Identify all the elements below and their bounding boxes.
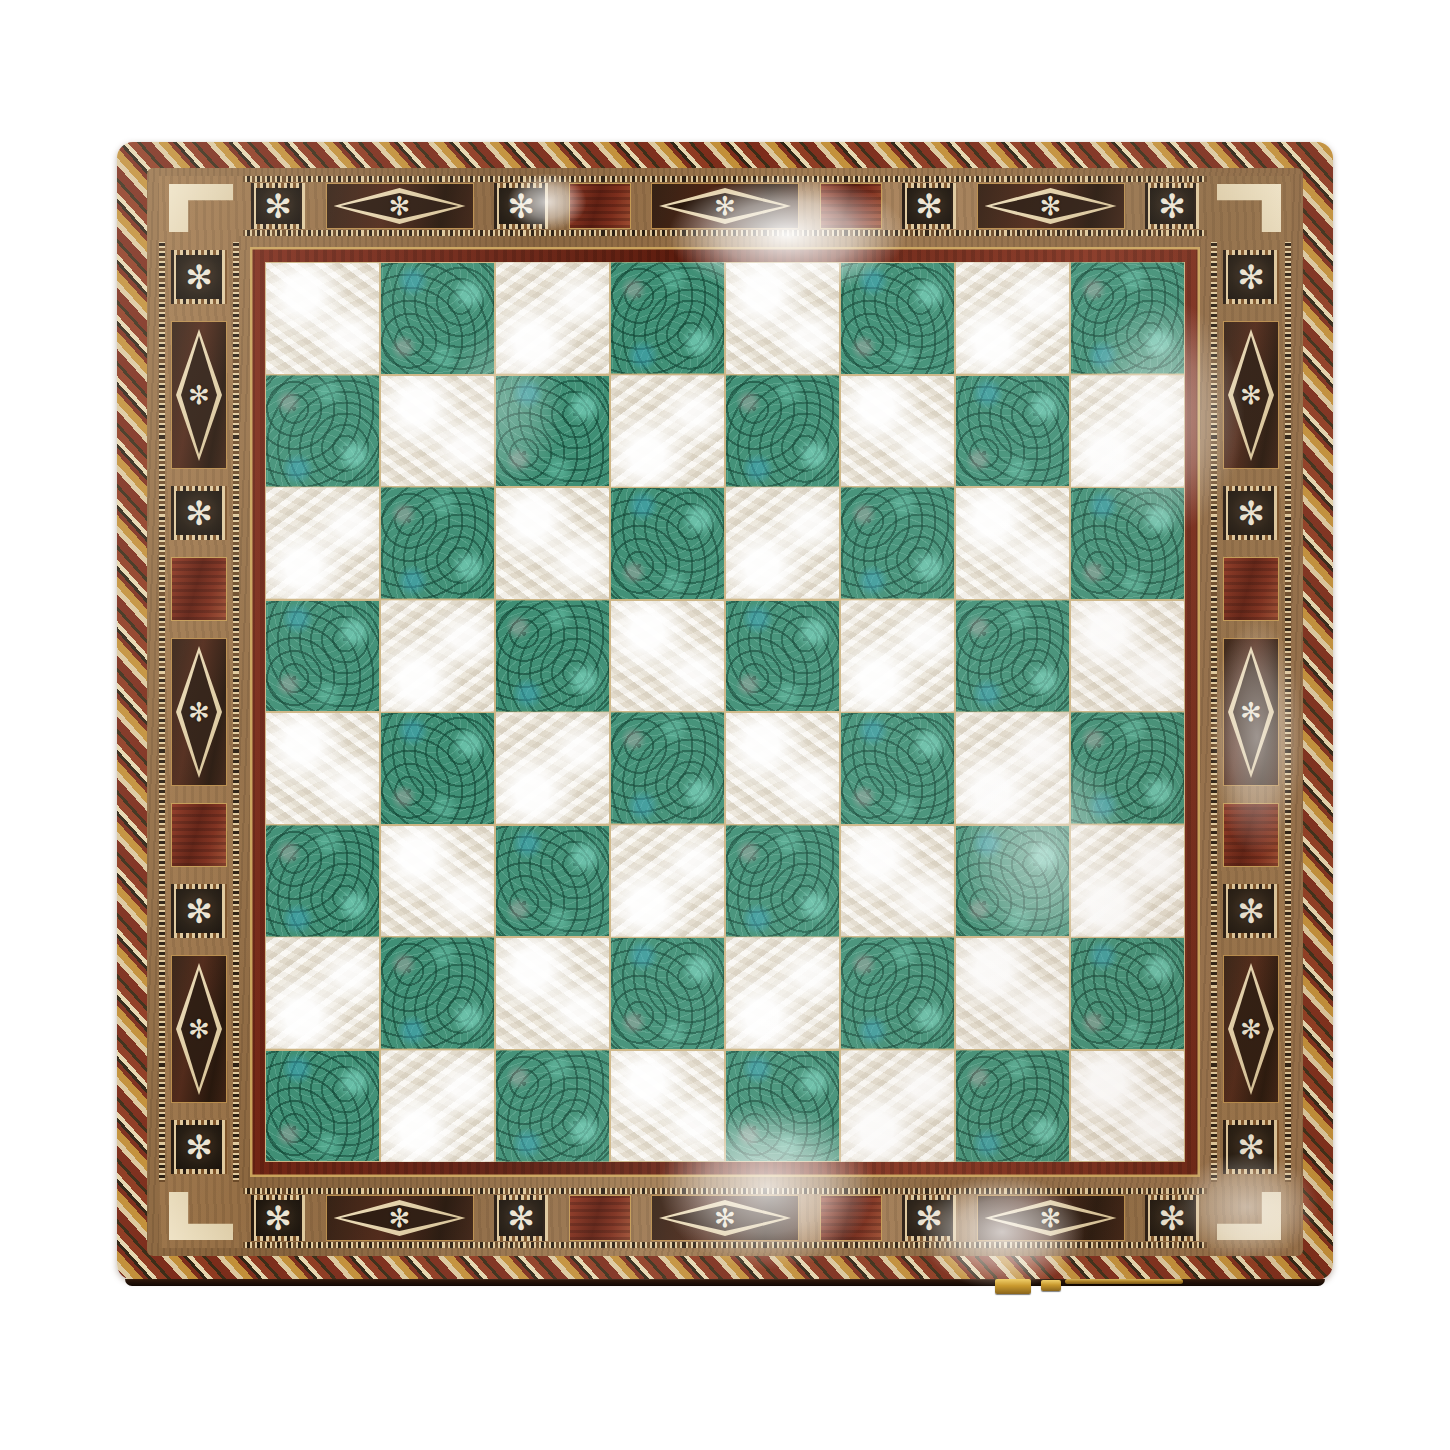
bone-l-bracket-icon [1217, 184, 1281, 232]
square-d2[interactable] [611, 938, 724, 1049]
square-d3[interactable] [611, 826, 724, 937]
square-e7[interactable] [726, 376, 839, 487]
square-a5[interactable] [266, 601, 379, 712]
square-e3[interactable] [726, 826, 839, 937]
brass-edge-glint [1065, 1279, 1183, 1284]
motif-star-inlay: ✻ [1223, 486, 1279, 540]
square-g6[interactable] [956, 488, 1069, 599]
diamond-rosette-icon: ✻ [1040, 1205, 1062, 1231]
motif-red-inlay [569, 1195, 631, 1241]
square-e4[interactable] [726, 713, 839, 824]
square-g4[interactable] [956, 713, 1069, 824]
motif-red-inlay [1223, 803, 1279, 867]
motif-star-inlay: ✻ [1145, 183, 1199, 229]
square-f3[interactable] [841, 826, 954, 937]
motif-strip-bottom: ✻✻✻✻✻✻✻ [243, 1188, 1207, 1248]
diamond-rosette-icon: ✻ [389, 193, 411, 219]
outer-stripe-marquetry-band: ✻✻✻✻✻✻✻ ✻✻✻✻✻✻✻ ✻✻✻✻✻✻✻ ✻✻✻✻✻✻✻ [117, 142, 1333, 1280]
square-b2[interactable] [381, 938, 494, 1049]
square-h2[interactable] [1071, 938, 1184, 1049]
motif-diamond-inlay: ✻ [651, 1195, 799, 1241]
diamond-rosette-icon: ✻ [714, 193, 736, 219]
motif-diamond-inlay: ✻ [1223, 955, 1279, 1103]
square-c5[interactable] [496, 601, 609, 712]
motif-red-inlay [171, 803, 227, 867]
square-f7[interactable] [841, 376, 954, 487]
square-a8[interactable] [266, 263, 379, 374]
motif-diamond-inlay: ✻ [171, 638, 227, 786]
motif-star-inlay: ✻ [494, 183, 548, 229]
diamond-rosette-icon: ✻ [714, 1205, 736, 1231]
corner-inlay-top-right [1207, 176, 1291, 240]
motif-star-inlay: ✻ [171, 250, 227, 304]
motif-star-inlay: ✻ [171, 486, 227, 540]
square-d7[interactable] [611, 376, 724, 487]
rosette-star-icon: ✻ [507, 1202, 535, 1235]
square-e5[interactable] [726, 601, 839, 712]
square-d5[interactable] [611, 601, 724, 712]
square-h7[interactable] [1071, 376, 1184, 487]
square-h1[interactable] [1071, 1051, 1184, 1162]
motif-star-inlay: ✻ [171, 884, 227, 938]
square-g8[interactable] [956, 263, 1069, 374]
square-b1[interactable] [381, 1051, 494, 1162]
motif-red-inlay [171, 557, 227, 621]
square-c6[interactable] [496, 488, 609, 599]
rosette-star-icon: ✻ [264, 1202, 292, 1235]
motif-red-inlay [569, 183, 631, 229]
chess-box-lid: ✻✻✻✻✻✻✻ ✻✻✻✻✻✻✻ ✻✻✻✻✻✻✻ ✻✻✻✻✻✻✻ [117, 142, 1333, 1280]
rosette-star-icon: ✻ [185, 895, 213, 928]
motif-red-inlay [1223, 557, 1279, 621]
product-photo: ✻✻✻✻✻✻✻ ✻✻✻✻✻✻✻ ✻✻✻✻✻✻✻ ✻✻✻✻✻✻✻ [0, 0, 1450, 1450]
motif-diamond-inlay: ✻ [1223, 638, 1279, 786]
square-f4[interactable] [841, 713, 954, 824]
motif-star-inlay: ✻ [251, 1195, 305, 1241]
square-c4[interactable] [496, 713, 609, 824]
square-b4[interactable] [381, 713, 494, 824]
square-c3[interactable] [496, 826, 609, 937]
brass-hinge [1041, 1280, 1061, 1291]
mosaic-motif-band: ✻✻✻✻✻✻✻ ✻✻✻✻✻✻✻ ✻✻✻✻✻✻✻ ✻✻✻✻✻✻✻ [159, 176, 1291, 1248]
motif-diamond-inlay: ✻ [1223, 321, 1279, 469]
rosette-star-icon: ✻ [185, 497, 213, 530]
rosette-star-icon: ✻ [915, 190, 943, 223]
square-c2[interactable] [496, 938, 609, 1049]
motif-star-inlay: ✻ [1223, 884, 1279, 938]
motif-star-inlay: ✻ [902, 183, 956, 229]
square-h3[interactable] [1071, 826, 1184, 937]
diamond-rosette-icon: ✻ [1240, 382, 1262, 408]
rosette-star-icon: ✻ [1237, 261, 1265, 294]
square-a4[interactable] [266, 713, 379, 824]
square-h5[interactable] [1071, 601, 1184, 712]
square-f5[interactable] [841, 601, 954, 712]
motif-strip-left: ✻✻✻✻✻✻✻ [159, 242, 239, 1182]
corner-inlay-top-left [159, 176, 243, 240]
rosette-star-icon: ✻ [1237, 1131, 1265, 1164]
square-a6[interactable] [266, 488, 379, 599]
motif-diamond-inlay: ✻ [977, 1195, 1125, 1241]
square-d1[interactable] [611, 1051, 724, 1162]
motif-star-inlay: ✻ [171, 1120, 227, 1174]
rosette-star-icon: ✻ [1237, 895, 1265, 928]
chess-board [265, 262, 1185, 1162]
corner-inlay-bottom-right [1207, 1184, 1291, 1248]
square-a7[interactable] [266, 376, 379, 487]
motif-diamond-inlay: ✻ [326, 183, 474, 229]
rosette-star-icon: ✻ [185, 261, 213, 294]
square-d6[interactable] [611, 488, 724, 599]
square-g2[interactable] [956, 938, 1069, 1049]
square-g1[interactable] [956, 1051, 1069, 1162]
diamond-rosette-icon: ✻ [1240, 699, 1262, 725]
rosette-star-icon: ✻ [185, 1131, 213, 1164]
motif-strip-top: ✻✻✻✻✻✻✻ [243, 176, 1207, 236]
rosette-star-icon: ✻ [507, 190, 535, 223]
motif-strip-right: ✻✻✻✻✻✻✻ [1211, 242, 1291, 1182]
square-h4[interactable] [1071, 713, 1184, 824]
diamond-rosette-icon: ✻ [1240, 1016, 1262, 1042]
square-b7[interactable] [381, 376, 494, 487]
motif-red-inlay [820, 183, 882, 229]
diamond-rosette-icon: ✻ [188, 699, 210, 725]
motif-star-inlay: ✻ [902, 1195, 956, 1241]
square-b5[interactable] [381, 601, 494, 712]
square-c8[interactable] [496, 263, 609, 374]
square-e1[interactable] [726, 1051, 839, 1162]
square-g3[interactable] [956, 826, 1069, 937]
walnut-inner-ring [239, 236, 1211, 1188]
brass-hinge [995, 1279, 1031, 1294]
square-h8[interactable] [1071, 263, 1184, 374]
motif-diamond-inlay: ✻ [977, 183, 1125, 229]
square-g7[interactable] [956, 376, 1069, 487]
motif-diamond-inlay: ✻ [171, 955, 227, 1103]
walnut-outer-ring: ✻✻✻✻✻✻✻ ✻✻✻✻✻✻✻ ✻✻✻✻✻✻✻ ✻✻✻✻✻✻✻ [147, 168, 1303, 1256]
square-d4[interactable] [611, 713, 724, 824]
square-e6[interactable] [726, 488, 839, 599]
bone-l-bracket-icon [169, 1192, 233, 1240]
square-a3[interactable] [266, 826, 379, 937]
square-b3[interactable] [381, 826, 494, 937]
motif-diamond-inlay: ✻ [171, 321, 227, 469]
square-b8[interactable] [381, 263, 494, 374]
motif-red-inlay [820, 1195, 882, 1241]
square-a2[interactable] [266, 938, 379, 1049]
diamond-rosette-icon: ✻ [1040, 193, 1062, 219]
motif-diamond-inlay: ✻ [326, 1195, 474, 1241]
square-a1[interactable] [266, 1051, 379, 1162]
bone-l-bracket-icon [169, 184, 233, 232]
motif-diamond-inlay: ✻ [651, 183, 799, 229]
square-c1[interactable] [496, 1051, 609, 1162]
square-d8[interactable] [611, 263, 724, 374]
square-c7[interactable] [496, 376, 609, 487]
square-f1[interactable] [841, 1051, 954, 1162]
square-e2[interactable] [726, 938, 839, 1049]
diamond-rosette-icon: ✻ [188, 382, 210, 408]
motif-star-inlay: ✻ [1223, 250, 1279, 304]
square-f6[interactable] [841, 488, 954, 599]
motif-star-inlay: ✻ [1145, 1195, 1199, 1241]
square-f2[interactable] [841, 938, 954, 1049]
rosette-star-icon: ✻ [1237, 497, 1265, 530]
mahogany-inner-frame [250, 247, 1200, 1177]
motif-star-inlay: ✻ [1223, 1120, 1279, 1174]
motif-star-inlay: ✻ [251, 183, 305, 229]
rosette-star-icon: ✻ [1158, 190, 1186, 223]
diamond-rosette-icon: ✻ [188, 1016, 210, 1042]
square-h6[interactable] [1071, 488, 1184, 599]
square-g5[interactable] [956, 601, 1069, 712]
corner-inlay-bottom-left [159, 1184, 243, 1248]
motif-star-inlay: ✻ [494, 1195, 548, 1241]
rosette-star-icon: ✻ [1158, 1202, 1186, 1235]
rosette-star-icon: ✻ [915, 1202, 943, 1235]
square-e8[interactable] [726, 263, 839, 374]
square-f8[interactable] [841, 263, 954, 374]
rosette-star-icon: ✻ [264, 190, 292, 223]
diamond-rosette-icon: ✻ [389, 1205, 411, 1231]
square-b6[interactable] [381, 488, 494, 599]
bone-l-bracket-icon [1217, 1192, 1281, 1240]
